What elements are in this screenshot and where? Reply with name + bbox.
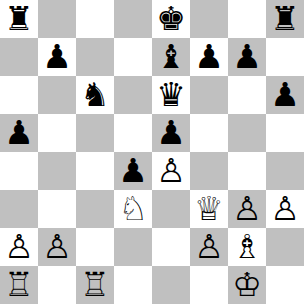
chess-board: ♜♚♜♟♝♟♟♞♛♟♟♟♟♙♘♕♙♙♙♙♙♗♖♖♔ — [0, 0, 304, 304]
white-pawn[interactable]: ♙ — [194, 228, 224, 266]
square-f4[interactable] — [190, 152, 228, 190]
square-e4[interactable]: ♙ — [152, 152, 190, 190]
square-g3[interactable]: ♙ — [228, 190, 266, 228]
square-e2[interactable] — [152, 228, 190, 266]
square-a2[interactable]: ♙ — [0, 228, 38, 266]
white-pawn[interactable]: ♙ — [42, 228, 72, 266]
square-c1[interactable]: ♖ — [76, 266, 114, 304]
square-f5[interactable] — [190, 114, 228, 152]
square-a1[interactable]: ♖ — [0, 266, 38, 304]
square-b2[interactable]: ♙ — [38, 228, 76, 266]
square-d2[interactable] — [114, 228, 152, 266]
square-d7[interactable] — [114, 38, 152, 76]
black-pawn[interactable]: ♟ — [4, 114, 34, 152]
square-f6[interactable] — [190, 76, 228, 114]
square-f1[interactable] — [190, 266, 228, 304]
square-c7[interactable] — [76, 38, 114, 76]
white-rook[interactable]: ♖ — [80, 266, 110, 304]
black-king[interactable]: ♚ — [156, 0, 186, 38]
square-d6[interactable] — [114, 76, 152, 114]
black-pawn[interactable]: ♟ — [270, 76, 300, 114]
black-rook[interactable]: ♜ — [4, 0, 34, 38]
white-queen[interactable]: ♕ — [194, 190, 224, 228]
square-b4[interactable] — [38, 152, 76, 190]
square-b8[interactable] — [38, 0, 76, 38]
square-d1[interactable] — [114, 266, 152, 304]
square-b6[interactable] — [38, 76, 76, 114]
black-knight[interactable]: ♞ — [80, 76, 110, 114]
square-d5[interactable] — [114, 114, 152, 152]
square-g5[interactable] — [228, 114, 266, 152]
black-queen[interactable]: ♛ — [156, 76, 186, 114]
square-g7[interactable]: ♟ — [228, 38, 266, 76]
square-e5[interactable]: ♟ — [152, 114, 190, 152]
black-pawn[interactable]: ♟ — [118, 152, 148, 190]
square-e8[interactable]: ♚ — [152, 0, 190, 38]
square-a3[interactable] — [0, 190, 38, 228]
black-rook[interactable]: ♜ — [270, 0, 300, 38]
square-a6[interactable] — [0, 76, 38, 114]
square-a5[interactable]: ♟ — [0, 114, 38, 152]
square-b3[interactable] — [38, 190, 76, 228]
square-d4[interactable]: ♟ — [114, 152, 152, 190]
square-f7[interactable]: ♟ — [190, 38, 228, 76]
square-d3[interactable]: ♘ — [114, 190, 152, 228]
square-g4[interactable] — [228, 152, 266, 190]
square-e7[interactable]: ♝ — [152, 38, 190, 76]
white-pawn[interactable]: ♙ — [270, 190, 300, 228]
black-pawn[interactable]: ♟ — [156, 114, 186, 152]
square-a8[interactable]: ♜ — [0, 0, 38, 38]
square-c4[interactable] — [76, 152, 114, 190]
square-c6[interactable]: ♞ — [76, 76, 114, 114]
square-h8[interactable]: ♜ — [266, 0, 304, 38]
square-h2[interactable] — [266, 228, 304, 266]
square-e6[interactable]: ♛ — [152, 76, 190, 114]
white-pawn[interactable]: ♙ — [4, 228, 34, 266]
white-pawn[interactable]: ♙ — [232, 190, 262, 228]
square-g2[interactable]: ♗ — [228, 228, 266, 266]
square-c8[interactable] — [76, 0, 114, 38]
black-bishop[interactable]: ♝ — [156, 38, 186, 76]
square-h1[interactable] — [266, 266, 304, 304]
square-h7[interactable] — [266, 38, 304, 76]
square-f3[interactable]: ♕ — [190, 190, 228, 228]
black-pawn[interactable]: ♟ — [194, 38, 224, 76]
square-g6[interactable] — [228, 76, 266, 114]
square-f8[interactable] — [190, 0, 228, 38]
black-pawn[interactable]: ♟ — [42, 38, 72, 76]
square-g1[interactable]: ♔ — [228, 266, 266, 304]
white-knight[interactable]: ♘ — [118, 190, 148, 228]
square-a7[interactable] — [0, 38, 38, 76]
square-c2[interactable] — [76, 228, 114, 266]
square-c5[interactable] — [76, 114, 114, 152]
square-c3[interactable] — [76, 190, 114, 228]
white-bishop[interactable]: ♗ — [232, 228, 262, 266]
white-rook[interactable]: ♖ — [4, 266, 34, 304]
square-g8[interactable] — [228, 0, 266, 38]
square-b1[interactable] — [38, 266, 76, 304]
square-b7[interactable]: ♟ — [38, 38, 76, 76]
square-h6[interactable]: ♟ — [266, 76, 304, 114]
square-f2[interactable]: ♙ — [190, 228, 228, 266]
square-b5[interactable] — [38, 114, 76, 152]
white-pawn[interactable]: ♙ — [156, 152, 186, 190]
square-h3[interactable]: ♙ — [266, 190, 304, 228]
square-e3[interactable] — [152, 190, 190, 228]
black-pawn[interactable]: ♟ — [232, 38, 262, 76]
square-e1[interactable] — [152, 266, 190, 304]
square-h4[interactable] — [266, 152, 304, 190]
square-h5[interactable] — [266, 114, 304, 152]
square-a4[interactable] — [0, 152, 38, 190]
white-king[interactable]: ♔ — [232, 266, 262, 304]
square-d8[interactable] — [114, 0, 152, 38]
